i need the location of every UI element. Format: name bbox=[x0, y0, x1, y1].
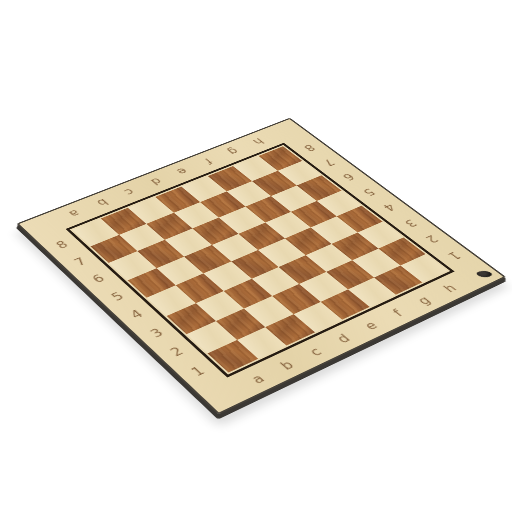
playing-area-frame bbox=[66, 143, 455, 378]
brand-medallion-icon bbox=[476, 271, 492, 278]
product-photo-canvas: abcdefgh abcdefgh 87654321 87654321 bbox=[0, 0, 512, 512]
playing-area-grid bbox=[72, 146, 447, 372]
chess-board: abcdefgh abcdefgh 87654321 87654321 bbox=[16, 118, 506, 415]
